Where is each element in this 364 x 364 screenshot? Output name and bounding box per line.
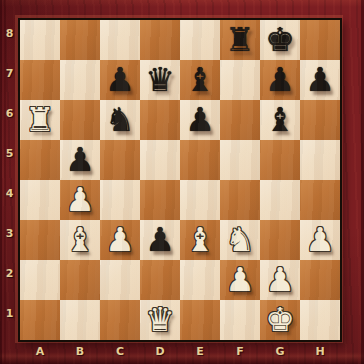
square-g4[interactable] — [260, 180, 300, 220]
white-pawn-g2[interactable]: ♟ — [265, 263, 295, 296]
square-d2[interactable] — [140, 260, 180, 300]
white-king-g1[interactable]: ♚ — [265, 303, 295, 336]
black-pawn-g7[interactable]: ♟ — [265, 63, 295, 96]
white-pawn-f2[interactable]: ♟ — [225, 263, 255, 296]
black-bishop-g6[interactable]: ♝ — [265, 103, 295, 136]
white-bishop-e3[interactable]: ♝ — [185, 223, 215, 256]
file-label-f: F — [220, 343, 260, 360]
square-a5[interactable] — [20, 140, 60, 180]
black-knight-c6[interactable]: ♞ — [105, 103, 135, 136]
square-c6[interactable]: ♞ — [100, 100, 140, 140]
black-king-g8[interactable]: ♚ — [265, 23, 295, 56]
square-e5[interactable] — [180, 140, 220, 180]
square-g8[interactable]: ♚ — [260, 20, 300, 60]
square-c7[interactable]: ♟ — [100, 60, 140, 100]
square-f2[interactable]: ♟ — [220, 260, 260, 300]
white-bishop-b3[interactable]: ♝ — [65, 223, 95, 256]
board: ♜♚♟♛♝♟♟♜♞♟♝♟♟♝♟♟♝♞♟♟♟♛♚ — [18, 18, 342, 342]
square-g1[interactable]: ♚ — [260, 300, 300, 340]
rank-label-4: 4 — [1, 184, 18, 204]
white-queen-d1[interactable]: ♛ — [145, 303, 175, 336]
square-h3[interactable]: ♟ — [300, 220, 340, 260]
square-a7[interactable] — [20, 60, 60, 100]
square-a8[interactable] — [20, 20, 60, 60]
black-bishop-e7[interactable]: ♝ — [185, 63, 215, 96]
chessboard-window: ♜♚♟♛♝♟♟♜♞♟♝♟♟♝♟♟♝♞♟♟♟♛♚ 87654321 ABCDEFG… — [0, 0, 364, 364]
square-d3[interactable]: ♟ — [140, 220, 180, 260]
square-e7[interactable]: ♝ — [180, 60, 220, 100]
white-pawn-h3[interactable]: ♟ — [305, 223, 335, 256]
square-h2[interactable] — [300, 260, 340, 300]
black-pawn-h7[interactable]: ♟ — [305, 63, 335, 96]
square-e4[interactable] — [180, 180, 220, 220]
square-g5[interactable] — [260, 140, 300, 180]
square-f4[interactable] — [220, 180, 260, 220]
square-d8[interactable] — [140, 20, 180, 60]
white-pawn-c3[interactable]: ♟ — [105, 223, 135, 256]
square-b6[interactable] — [60, 100, 100, 140]
square-h1[interactable] — [300, 300, 340, 340]
square-a3[interactable] — [20, 220, 60, 260]
black-pawn-e6[interactable]: ♟ — [185, 103, 215, 136]
square-g7[interactable]: ♟ — [260, 60, 300, 100]
white-knight-f3[interactable]: ♞ — [225, 223, 255, 256]
file-label-d: D — [140, 343, 180, 360]
rank-label-8: 8 — [1, 24, 18, 44]
black-queen-d7[interactable]: ♛ — [145, 63, 175, 96]
square-b7[interactable] — [60, 60, 100, 100]
black-pawn-d3[interactable]: ♟ — [145, 223, 175, 256]
square-a6[interactable]: ♜ — [20, 100, 60, 140]
square-b4[interactable]: ♟ — [60, 180, 100, 220]
square-d1[interactable]: ♛ — [140, 300, 180, 340]
square-h6[interactable] — [300, 100, 340, 140]
square-d6[interactable] — [140, 100, 180, 140]
rank-label-7: 7 — [1, 64, 18, 84]
square-g3[interactable] — [260, 220, 300, 260]
square-d5[interactable] — [140, 140, 180, 180]
square-c4[interactable] — [100, 180, 140, 220]
file-label-h: H — [300, 343, 340, 360]
white-rook-a6[interactable]: ♜ — [25, 103, 55, 136]
rank-label-5: 5 — [1, 144, 18, 164]
black-rook-f8[interactable]: ♜ — [225, 23, 255, 56]
square-b3[interactable]: ♝ — [60, 220, 100, 260]
square-c8[interactable] — [100, 20, 140, 60]
file-label-b: B — [60, 343, 100, 360]
rank-label-3: 3 — [1, 224, 18, 244]
square-e6[interactable]: ♟ — [180, 100, 220, 140]
square-b1[interactable] — [60, 300, 100, 340]
square-f7[interactable] — [220, 60, 260, 100]
square-h4[interactable] — [300, 180, 340, 220]
rank-label-1: 1 — [1, 304, 18, 324]
square-g2[interactable]: ♟ — [260, 260, 300, 300]
square-c3[interactable]: ♟ — [100, 220, 140, 260]
square-e2[interactable] — [180, 260, 220, 300]
square-h5[interactable] — [300, 140, 340, 180]
black-pawn-c7[interactable]: ♟ — [105, 63, 135, 96]
square-b8[interactable] — [60, 20, 100, 60]
square-f1[interactable] — [220, 300, 260, 340]
square-d4[interactable] — [140, 180, 180, 220]
square-d7[interactable]: ♛ — [140, 60, 180, 100]
square-f8[interactable]: ♜ — [220, 20, 260, 60]
square-f6[interactable] — [220, 100, 260, 140]
square-b5[interactable]: ♟ — [60, 140, 100, 180]
square-h7[interactable]: ♟ — [300, 60, 340, 100]
file-label-a: A — [20, 343, 60, 360]
square-f5[interactable] — [220, 140, 260, 180]
white-pawn-b4[interactable]: ♟ — [65, 183, 95, 216]
square-e1[interactable] — [180, 300, 220, 340]
square-g6[interactable]: ♝ — [260, 100, 300, 140]
black-pawn-b5[interactable]: ♟ — [65, 143, 95, 176]
square-a1[interactable] — [20, 300, 60, 340]
square-e3[interactable]: ♝ — [180, 220, 220, 260]
square-a2[interactable] — [20, 260, 60, 300]
square-c2[interactable] — [100, 260, 140, 300]
square-b2[interactable] — [60, 260, 100, 300]
rank-label-2: 2 — [1, 264, 18, 284]
square-h8[interactable] — [300, 20, 340, 60]
rank-label-6: 6 — [1, 104, 18, 124]
square-a4[interactable] — [20, 180, 60, 220]
square-f3[interactable]: ♞ — [220, 220, 260, 260]
square-c5[interactable] — [100, 140, 140, 180]
square-c1[interactable] — [100, 300, 140, 340]
file-label-c: C — [100, 343, 140, 360]
square-e8[interactable] — [180, 20, 220, 60]
file-label-e: E — [180, 343, 220, 360]
file-label-g: G — [260, 343, 300, 360]
